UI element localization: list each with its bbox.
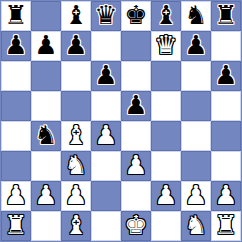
square-g4[interactable] <box>181 121 211 151</box>
square-e1[interactable]: ♚ <box>121 211 151 241</box>
square-c7[interactable]: ♟ <box>61 31 91 61</box>
square-c2[interactable]: ♟ <box>61 181 91 211</box>
black-rook-h8[interactable]: ♜ <box>211 1 241 31</box>
white-pawn-f2[interactable]: ♟ <box>151 181 181 211</box>
square-h4[interactable] <box>211 121 241 151</box>
black-knight-b4[interactable]: ♞ <box>31 121 61 151</box>
square-d7[interactable] <box>91 31 121 61</box>
square-c3[interactable]: ♞ <box>61 151 91 181</box>
black-pawn-a7[interactable]: ♟ <box>1 31 31 61</box>
square-g1[interactable]: ♞ <box>181 211 211 241</box>
square-f7[interactable]: ♛ <box>151 31 181 61</box>
square-h1[interactable]: ♜ <box>211 211 241 241</box>
square-f2[interactable]: ♟ <box>151 181 181 211</box>
white-rook-h1[interactable]: ♜ <box>211 211 241 241</box>
chess-board: ♜♝♛♚♝♞♜♟♟♟♛♟♟♟♟♞♝♟♞♟♟♟♟♟♟♟♜♝♚♞♜ <box>0 0 242 242</box>
black-bishop-f8[interactable]: ♝ <box>151 1 181 31</box>
square-f5[interactable] <box>151 91 181 121</box>
square-g6[interactable] <box>181 61 211 91</box>
square-h2[interactable]: ♟ <box>211 181 241 211</box>
square-d6[interactable]: ♟ <box>91 61 121 91</box>
square-h6[interactable]: ♟ <box>211 61 241 91</box>
black-pawn-h6[interactable]: ♟ <box>211 61 241 91</box>
square-e8[interactable]: ♚ <box>121 1 151 31</box>
black-king-e8[interactable]: ♚ <box>121 1 151 31</box>
square-c1[interactable]: ♝ <box>61 211 91 241</box>
black-knight-g8[interactable]: ♞ <box>181 1 211 31</box>
black-rook-a8[interactable]: ♜ <box>1 1 31 31</box>
square-c4[interactable]: ♝ <box>61 121 91 151</box>
black-pawn-c7[interactable]: ♟ <box>61 31 91 61</box>
black-pawn-e5[interactable]: ♟ <box>121 91 151 121</box>
square-c5[interactable] <box>61 91 91 121</box>
square-a5[interactable] <box>1 91 31 121</box>
white-pawn-a2[interactable]: ♟ <box>1 181 31 211</box>
white-queen-f7[interactable]: ♛ <box>151 31 181 61</box>
square-g3[interactable] <box>181 151 211 181</box>
square-f4[interactable] <box>151 121 181 151</box>
black-pawn-d6[interactable]: ♟ <box>91 61 121 91</box>
square-e2[interactable] <box>121 181 151 211</box>
white-bishop-c4[interactable]: ♝ <box>61 121 91 151</box>
square-d4[interactable]: ♟ <box>91 121 121 151</box>
white-knight-c3[interactable]: ♞ <box>61 151 91 181</box>
black-pawn-b7[interactable]: ♟ <box>31 31 61 61</box>
white-bishop-c1[interactable]: ♝ <box>61 211 91 241</box>
square-a8[interactable]: ♜ <box>1 1 31 31</box>
white-pawn-g2[interactable]: ♟ <box>181 181 211 211</box>
square-e5[interactable]: ♟ <box>121 91 151 121</box>
square-a6[interactable] <box>1 61 31 91</box>
square-g5[interactable] <box>181 91 211 121</box>
square-d2[interactable] <box>91 181 121 211</box>
square-e7[interactable] <box>121 31 151 61</box>
square-a1[interactable]: ♜ <box>1 211 31 241</box>
white-pawn-c2[interactable]: ♟ <box>61 181 91 211</box>
square-f8[interactable]: ♝ <box>151 1 181 31</box>
square-a4[interactable] <box>1 121 31 151</box>
square-a2[interactable]: ♟ <box>1 181 31 211</box>
square-b8[interactable] <box>31 1 61 31</box>
white-pawn-b2[interactable]: ♟ <box>31 181 61 211</box>
square-f1[interactable] <box>151 211 181 241</box>
square-g8[interactable]: ♞ <box>181 1 211 31</box>
white-pawn-h2[interactable]: ♟ <box>211 181 241 211</box>
white-king-e1[interactable]: ♚ <box>121 211 151 241</box>
square-c8[interactable]: ♝ <box>61 1 91 31</box>
square-a7[interactable]: ♟ <box>1 31 31 61</box>
square-b6[interactable] <box>31 61 61 91</box>
square-h3[interactable] <box>211 151 241 181</box>
white-pawn-d4[interactable]: ♟ <box>91 121 121 151</box>
white-pawn-e3[interactable]: ♟ <box>121 151 151 181</box>
square-h5[interactable] <box>211 91 241 121</box>
square-d8[interactable]: ♛ <box>91 1 121 31</box>
white-knight-g1[interactable]: ♞ <box>181 211 211 241</box>
square-f6[interactable] <box>151 61 181 91</box>
square-d3[interactable] <box>91 151 121 181</box>
black-bishop-c8[interactable]: ♝ <box>61 1 91 31</box>
square-c6[interactable] <box>61 61 91 91</box>
white-rook-a1[interactable]: ♜ <box>1 211 31 241</box>
chess-board-container: ♜♝♛♚♝♞♜♟♟♟♛♟♟♟♟♞♝♟♞♟♟♟♟♟♟♟♜♝♚♞♜ <box>0 0 242 242</box>
square-b1[interactable] <box>31 211 61 241</box>
square-e4[interactable] <box>121 121 151 151</box>
square-f3[interactable] <box>151 151 181 181</box>
square-d1[interactable] <box>91 211 121 241</box>
black-queen-d8[interactable]: ♛ <box>91 1 121 31</box>
square-b4[interactable]: ♞ <box>31 121 61 151</box>
square-b5[interactable] <box>31 91 61 121</box>
black-pawn-g7[interactable]: ♟ <box>181 31 211 61</box>
square-b7[interactable]: ♟ <box>31 31 61 61</box>
square-b3[interactable] <box>31 151 61 181</box>
square-h7[interactable] <box>211 31 241 61</box>
square-e6[interactable] <box>121 61 151 91</box>
square-e3[interactable]: ♟ <box>121 151 151 181</box>
square-d5[interactable] <box>91 91 121 121</box>
square-a3[interactable] <box>1 151 31 181</box>
square-g7[interactable]: ♟ <box>181 31 211 61</box>
square-h8[interactable]: ♜ <box>211 1 241 31</box>
square-g2[interactable]: ♟ <box>181 181 211 211</box>
square-b2[interactable]: ♟ <box>31 181 61 211</box>
